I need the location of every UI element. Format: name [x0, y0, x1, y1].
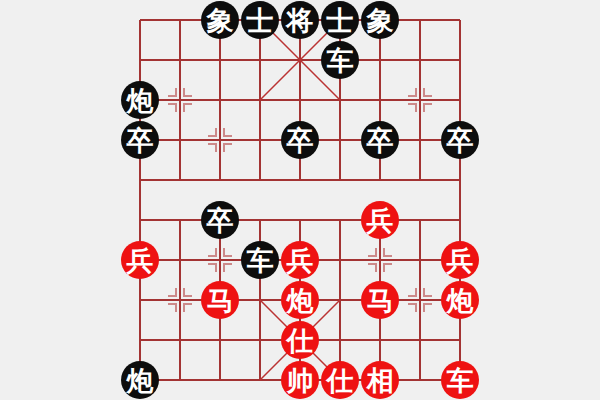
red-cannon[interactable]: 炮	[281, 281, 319, 319]
xiangqi-screenshot: 象士将士象车炮卒卒卒卒卒车炮兵兵兵兵马炮马炮仕帅仕相车	[0, 0, 600, 400]
black-chariot[interactable]: 车	[321, 41, 359, 79]
red-horse[interactable]: 马	[201, 281, 239, 319]
red-horse[interactable]: 马	[361, 281, 399, 319]
red-elephant[interactable]: 相	[361, 361, 399, 399]
black-soldier[interactable]: 卒	[201, 201, 239, 239]
red-chariot[interactable]: 车	[441, 361, 479, 399]
red-soldier[interactable]: 兵	[281, 241, 319, 279]
black-general[interactable]: 将	[281, 1, 319, 39]
black-soldier[interactable]: 卒	[281, 121, 319, 159]
black-soldier[interactable]: 卒	[361, 121, 399, 159]
black-elephant[interactable]: 象	[201, 1, 239, 39]
black-soldier[interactable]: 卒	[441, 121, 479, 159]
red-soldier[interactable]: 兵	[361, 201, 399, 239]
red-advisor[interactable]: 仕	[281, 321, 319, 359]
black-soldier[interactable]: 卒	[121, 121, 159, 159]
red-cannon[interactable]: 炮	[441, 281, 479, 319]
red-soldier[interactable]: 兵	[121, 241, 159, 279]
black-advisor[interactable]: 士	[241, 1, 279, 39]
black-elephant[interactable]: 象	[361, 1, 399, 39]
black-cannon[interactable]: 炮	[121, 81, 159, 119]
red-general[interactable]: 帅	[281, 361, 319, 399]
black-advisor[interactable]: 士	[321, 1, 359, 39]
red-soldier[interactable]: 兵	[441, 241, 479, 279]
black-chariot[interactable]: 车	[241, 241, 279, 279]
black-cannon[interactable]: 炮	[121, 361, 159, 399]
xiangqi-board[interactable]: 象士将士象车炮卒卒卒卒卒车炮兵兵兵兵马炮马炮仕帅仕相车	[120, 0, 480, 400]
red-advisor[interactable]: 仕	[321, 361, 359, 399]
